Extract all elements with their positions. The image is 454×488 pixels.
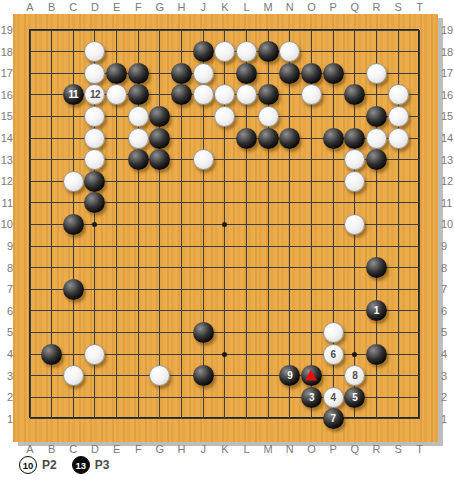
column-label-bottom-O: O bbox=[307, 443, 316, 455]
white-stone-M15[interactable] bbox=[258, 106, 279, 127]
white-stone-Q10[interactable] bbox=[344, 214, 365, 235]
row-label-left-15: 15 bbox=[0, 110, 13, 122]
grid-line-horizontal bbox=[30, 418, 420, 419]
black-stone-label-13: 13 bbox=[72, 456, 90, 474]
row-label-left-9: 9 bbox=[0, 240, 13, 252]
row-label-right-13: 13 bbox=[441, 154, 454, 166]
column-label-bottom-S: S bbox=[394, 443, 401, 455]
move-number: 8 bbox=[345, 366, 364, 385]
move-number: 3 bbox=[301, 387, 322, 408]
grid-line-vertical bbox=[419, 30, 420, 419]
row-label-left-2: 2 bbox=[0, 391, 13, 403]
move-number: 1 bbox=[366, 300, 387, 321]
white-stone-P2[interactable]: 4 bbox=[323, 387, 344, 408]
row-label-right-16: 16 bbox=[441, 89, 454, 101]
column-label-top-K: K bbox=[221, 1, 228, 13]
white-stone-K15[interactable] bbox=[214, 106, 235, 127]
black-stone-M14[interactable] bbox=[258, 128, 279, 149]
row-label-left-14: 14 bbox=[0, 132, 13, 144]
white-stone-L16[interactable] bbox=[236, 84, 257, 105]
row-label-right-2: 2 bbox=[441, 391, 454, 403]
white-stone-S14[interactable] bbox=[388, 128, 409, 149]
white-stone-F14[interactable] bbox=[128, 128, 149, 149]
column-label-bottom-Q: Q bbox=[350, 443, 359, 455]
row-label-left-3: 3 bbox=[0, 370, 13, 382]
column-label-top-A: A bbox=[26, 1, 33, 13]
black-stone-D12[interactable] bbox=[84, 171, 105, 192]
column-label-top-N: N bbox=[286, 1, 294, 13]
white-stone-label-10: 10 bbox=[19, 456, 37, 474]
column-label-bottom-H: H bbox=[178, 443, 186, 455]
column-label-top-F: F bbox=[135, 1, 142, 13]
black-stone-F17[interactable] bbox=[128, 63, 149, 84]
caption-coordinate: P3 bbox=[95, 458, 110, 472]
black-stone-G13[interactable] bbox=[149, 149, 170, 170]
column-label-top-T: T bbox=[416, 1, 423, 13]
row-label-left-11: 11 bbox=[0, 197, 13, 209]
white-stone-R14[interactable] bbox=[366, 128, 387, 149]
column-label-top-H: H bbox=[178, 1, 186, 13]
black-stone-M16[interactable] bbox=[258, 84, 279, 105]
white-stone-R17[interactable] bbox=[366, 63, 387, 84]
row-label-left-12: 12 bbox=[0, 175, 13, 187]
black-stone-N14[interactable] bbox=[279, 128, 300, 149]
white-stone-D13[interactable] bbox=[84, 149, 105, 170]
row-label-right-14: 14 bbox=[441, 132, 454, 144]
row-label-left-18: 18 bbox=[0, 46, 13, 58]
column-label-bottom-B: B bbox=[48, 443, 55, 455]
black-stone-R15[interactable] bbox=[366, 106, 387, 127]
white-stone-S15[interactable] bbox=[388, 106, 409, 127]
white-stone-Q12[interactable] bbox=[344, 171, 365, 192]
black-stone-F16[interactable] bbox=[128, 84, 149, 105]
column-label-bottom-K: K bbox=[221, 443, 228, 455]
black-stone-F13[interactable] bbox=[128, 149, 149, 170]
column-label-top-Q: Q bbox=[350, 1, 359, 13]
star-point-K4 bbox=[222, 352, 227, 357]
grid-line-horizontal bbox=[30, 332, 420, 333]
white-stone-D4[interactable] bbox=[84, 344, 105, 365]
column-label-top-S: S bbox=[394, 1, 401, 13]
triangle-marker bbox=[305, 369, 317, 380]
row-label-left-8: 8 bbox=[0, 262, 13, 274]
black-stone-J3[interactable] bbox=[193, 365, 214, 386]
black-stone-Q16[interactable] bbox=[344, 84, 365, 105]
black-stone-E17[interactable] bbox=[106, 63, 127, 84]
row-label-right-9: 9 bbox=[441, 240, 454, 252]
black-stone-Q14[interactable] bbox=[344, 128, 365, 149]
caption-coordinate: P2 bbox=[42, 458, 57, 472]
black-stone-N17[interactable] bbox=[279, 63, 300, 84]
column-label-bottom-N: N bbox=[286, 443, 294, 455]
star-point-D10 bbox=[92, 222, 97, 227]
row-label-left-16: 16 bbox=[0, 89, 13, 101]
row-label-right-6: 6 bbox=[441, 305, 454, 317]
star-point-K10 bbox=[222, 222, 227, 227]
white-stone-J17[interactable] bbox=[193, 63, 214, 84]
column-label-top-G: G bbox=[156, 1, 165, 13]
black-stone-M18[interactable] bbox=[258, 41, 279, 62]
row-label-right-18: 18 bbox=[441, 46, 454, 58]
white-stone-J13[interactable] bbox=[193, 149, 214, 170]
black-stone-G14[interactable] bbox=[149, 128, 170, 149]
black-stone-H17[interactable] bbox=[171, 63, 192, 84]
column-label-top-D: D bbox=[91, 1, 99, 13]
white-stone-C3[interactable] bbox=[63, 365, 84, 386]
row-label-right-11: 11 bbox=[441, 197, 454, 209]
row-label-right-7: 7 bbox=[441, 283, 454, 295]
row-label-left-5: 5 bbox=[0, 326, 13, 338]
black-stone-O3[interactable] bbox=[301, 365, 322, 386]
row-label-left-7: 7 bbox=[0, 283, 13, 295]
black-stone-G15[interactable] bbox=[149, 106, 170, 127]
row-label-right-17: 17 bbox=[441, 67, 454, 79]
black-stone-Q2[interactable]: 5 bbox=[344, 387, 365, 408]
black-stone-J5[interactable] bbox=[193, 322, 214, 343]
row-label-left-13: 13 bbox=[0, 154, 13, 166]
column-label-bottom-P: P bbox=[329, 443, 336, 455]
row-label-left-4: 4 bbox=[0, 348, 13, 360]
white-stone-K18[interactable] bbox=[214, 41, 235, 62]
move-number: 7 bbox=[323, 408, 344, 429]
black-stone-C7[interactable] bbox=[63, 279, 84, 300]
go-diagram-screen: 111216983457 AABBCCDDEEFFGGHHJJKKLLMMNNO… bbox=[0, 0, 454, 488]
black-stone-D11[interactable] bbox=[84, 192, 105, 213]
column-label-bottom-J: J bbox=[200, 443, 206, 455]
black-stone-C10[interactable] bbox=[63, 214, 84, 235]
white-stone-Q3[interactable]: 8 bbox=[344, 365, 365, 386]
white-stone-C12[interactable] bbox=[63, 171, 84, 192]
move-number: 5 bbox=[344, 387, 365, 408]
white-stone-D16[interactable]: 12 bbox=[84, 84, 105, 105]
row-label-right-19: 19 bbox=[441, 24, 454, 36]
column-label-bottom-C: C bbox=[69, 443, 77, 455]
black-stone-N3[interactable]: 9 bbox=[279, 365, 300, 386]
row-label-left-19: 19 bbox=[0, 24, 13, 36]
grid-line-horizontal bbox=[30, 310, 420, 311]
grid-line-horizontal bbox=[30, 289, 420, 290]
row-label-left-6: 6 bbox=[0, 305, 13, 317]
black-stone-C16[interactable]: 11 bbox=[63, 84, 84, 105]
column-label-bottom-M: M bbox=[264, 443, 273, 455]
column-label-top-L: L bbox=[243, 1, 249, 13]
black-stone-P17[interactable] bbox=[323, 63, 344, 84]
white-stone-L18[interactable] bbox=[236, 41, 257, 62]
grid-line-vertical bbox=[289, 30, 290, 419]
column-label-bottom-R: R bbox=[372, 443, 380, 455]
column-label-top-J: J bbox=[200, 1, 206, 13]
row-label-right-8: 8 bbox=[441, 262, 454, 274]
row-label-right-15: 15 bbox=[441, 110, 454, 122]
column-label-top-B: B bbox=[48, 1, 55, 13]
white-stone-N18[interactable] bbox=[279, 41, 300, 62]
row-label-left-1: 1 bbox=[0, 413, 13, 425]
white-stone-D15[interactable] bbox=[84, 106, 105, 127]
white-stone-S16[interactable] bbox=[388, 84, 409, 105]
black-stone-R4[interactable] bbox=[366, 344, 387, 365]
grid-line-horizontal bbox=[30, 267, 420, 268]
black-stone-L14[interactable] bbox=[236, 128, 257, 149]
white-stone-J16[interactable] bbox=[193, 84, 214, 105]
black-stone-B4[interactable] bbox=[41, 344, 62, 365]
white-stone-P4[interactable]: 6 bbox=[323, 344, 344, 365]
column-label-top-M: M bbox=[264, 1, 273, 13]
row-label-left-17: 17 bbox=[0, 67, 13, 79]
black-stone-R6[interactable]: 1 bbox=[366, 300, 387, 321]
white-stone-K16[interactable] bbox=[214, 84, 235, 105]
move-number: 6 bbox=[324, 345, 343, 364]
black-stone-O2[interactable]: 3 bbox=[301, 387, 322, 408]
black-stone-R8[interactable] bbox=[366, 257, 387, 278]
column-label-bottom-G: G bbox=[156, 443, 165, 455]
column-label-bottom-E: E bbox=[113, 443, 120, 455]
column-label-top-R: R bbox=[372, 1, 380, 13]
row-label-left-10: 10 bbox=[0, 218, 13, 230]
white-stone-D14[interactable] bbox=[84, 128, 105, 149]
move-number: 12 bbox=[85, 85, 104, 104]
black-stone-P14[interactable] bbox=[323, 128, 344, 149]
black-stone-O17[interactable] bbox=[301, 63, 322, 84]
column-label-top-C: C bbox=[69, 1, 77, 13]
row-label-right-10: 10 bbox=[441, 218, 454, 230]
row-label-right-5: 5 bbox=[441, 326, 454, 338]
row-label-right-3: 3 bbox=[441, 370, 454, 382]
move-number: 9 bbox=[279, 365, 300, 386]
white-stone-D17[interactable] bbox=[84, 63, 105, 84]
row-label-right-12: 12 bbox=[441, 175, 454, 187]
column-label-top-P: P bbox=[329, 1, 336, 13]
column-label-bottom-L: L bbox=[243, 443, 249, 455]
move-number: 11 bbox=[63, 84, 84, 105]
white-stone-O16[interactable] bbox=[301, 84, 322, 105]
white-stone-P5[interactable] bbox=[323, 322, 344, 343]
column-label-top-O: O bbox=[307, 1, 316, 13]
row-label-right-4: 4 bbox=[441, 348, 454, 360]
white-stone-Q13[interactable] bbox=[344, 149, 365, 170]
star-point-Q4 bbox=[352, 352, 357, 357]
column-label-bottom-T: T bbox=[416, 443, 423, 455]
grid-line-horizontal bbox=[30, 246, 420, 247]
white-stone-E16[interactable] bbox=[106, 84, 127, 105]
go-board[interactable]: 111216983457 bbox=[13, 14, 438, 442]
black-stone-L17[interactable] bbox=[236, 63, 257, 84]
move-caption: 10P213P3 bbox=[19, 455, 124, 475]
white-stone-D18[interactable] bbox=[84, 41, 105, 62]
move-number: 4 bbox=[324, 388, 343, 407]
column-label-top-E: E bbox=[113, 1, 120, 13]
black-stone-H16[interactable] bbox=[171, 84, 192, 105]
white-stone-G3[interactable] bbox=[149, 365, 170, 386]
black-stone-R13[interactable] bbox=[366, 149, 387, 170]
column-label-bottom-D: D bbox=[91, 443, 99, 455]
white-stone-F15[interactable] bbox=[128, 106, 149, 127]
black-stone-J18[interactable] bbox=[193, 41, 214, 62]
black-stone-P1[interactable]: 7 bbox=[323, 408, 344, 429]
column-label-bottom-A: A bbox=[26, 443, 33, 455]
row-label-right-1: 1 bbox=[441, 413, 454, 425]
column-label-bottom-F: F bbox=[135, 443, 142, 455]
